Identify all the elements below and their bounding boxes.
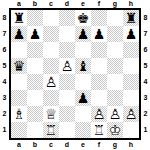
square-f4[interactable]	[91, 74, 107, 90]
square-f3[interactable]	[91, 90, 107, 106]
square-b4[interactable]	[27, 74, 43, 90]
square-a7[interactable]: ♟	[11, 26, 27, 42]
piece-white-bishop-fill: ♝	[11, 106, 27, 122]
piece-black-king: ♚	[75, 10, 91, 26]
piece-white-rook: ♖	[91, 122, 107, 138]
square-c4[interactable]: ♟♙	[43, 74, 59, 90]
square-a5[interactable]: ♛	[11, 58, 27, 74]
piece-white-rook-fill: ♜	[91, 122, 107, 138]
square-g6[interactable]	[107, 42, 123, 58]
piece-black-pawn: ♟	[75, 26, 91, 42]
rank-label-6: 6	[141, 42, 150, 58]
rank-label-5: 5	[0, 58, 9, 74]
square-c5[interactable]	[43, 58, 59, 74]
square-g4[interactable]	[107, 74, 123, 90]
square-c3[interactable]	[43, 90, 59, 106]
square-f8[interactable]	[91, 10, 107, 26]
rank-label-8: 8	[0, 10, 9, 26]
piece-black-rook: ♜	[123, 10, 139, 26]
rank-label-4: 4	[141, 74, 150, 90]
rank-label-8: 8	[141, 10, 150, 26]
file-label-h: h	[123, 140, 139, 149]
square-a6[interactable]	[11, 42, 27, 58]
square-e2[interactable]	[75, 106, 91, 122]
piece-white-pawn: ♙	[59, 58, 75, 74]
square-e7[interactable]: ♟	[75, 26, 91, 42]
piece-white-pawn-fill: ♟	[123, 106, 139, 122]
square-b7[interactable]: ♟	[27, 26, 43, 42]
piece-black-pawn: ♟	[27, 26, 43, 42]
square-g1[interactable]: ♚♔	[107, 122, 123, 138]
square-e1[interactable]	[75, 122, 91, 138]
rank-labels-right: 87654321	[141, 8, 150, 140]
rank-label-3: 3	[0, 90, 9, 106]
rank-label-1: 1	[0, 122, 9, 138]
square-b5[interactable]	[27, 58, 43, 74]
piece-black-pawn: ♟	[91, 26, 107, 42]
square-d5[interactable]: ♟♙	[59, 58, 75, 74]
square-g2[interactable]: ♟♙	[107, 106, 123, 122]
piece-white-pawn-fill: ♟	[91, 106, 107, 122]
file-labels-bottom: abcdefgh	[9, 140, 141, 150]
square-a4[interactable]	[11, 74, 27, 90]
piece-white-king: ♔	[107, 122, 123, 138]
square-e6[interactable]	[75, 42, 91, 58]
piece-black-bishop: ♝	[75, 58, 91, 74]
square-f5[interactable]	[91, 58, 107, 74]
file-label-b: b	[27, 0, 43, 8]
square-c7[interactable]	[43, 26, 59, 42]
file-label-h: h	[123, 0, 139, 8]
piece-white-pawn: ♙	[123, 106, 139, 122]
file-label-f: f	[91, 0, 107, 8]
file-label-a: a	[11, 140, 27, 149]
square-f2[interactable]: ♟♙	[91, 106, 107, 122]
piece-white-pawn-fill: ♟	[107, 106, 123, 122]
file-labels-top: abcdefgh	[9, 0, 141, 8]
square-b3[interactable]	[27, 90, 43, 106]
square-h1[interactable]	[123, 122, 139, 138]
piece-white-queen-fill: ♛	[43, 106, 59, 122]
square-h8[interactable]: ♜	[123, 10, 139, 26]
square-h5[interactable]	[123, 58, 139, 74]
rank-label-7: 7	[141, 26, 150, 42]
file-label-d: d	[59, 0, 75, 8]
piece-black-rook: ♜	[11, 10, 27, 26]
file-label-c: c	[43, 0, 59, 8]
piece-white-pawn-fill: ♟	[43, 74, 59, 90]
square-b8[interactable]	[27, 10, 43, 26]
file-label-e: e	[75, 0, 91, 8]
chess-diagram: abcdefgh 87654321 ♜♚♜♟♟♟♟♟♛♟♙♝♟♙♟♝♗♛♕♟♙♟…	[0, 0, 150, 150]
piece-black-queen: ♛	[11, 58, 27, 74]
square-f7[interactable]: ♟	[91, 26, 107, 42]
square-d7[interactable]	[59, 26, 75, 42]
square-g5[interactable]	[107, 58, 123, 74]
square-h2[interactable]: ♟♙	[123, 106, 139, 122]
file-label-a: a	[11, 0, 27, 8]
square-c2[interactable]: ♛♕	[43, 106, 59, 122]
rank-label-6: 6	[0, 42, 9, 58]
square-d8[interactable]	[59, 10, 75, 26]
rank-label-5: 5	[141, 58, 150, 74]
square-c8[interactable]	[43, 10, 59, 26]
rank-label-1: 1	[141, 122, 150, 138]
square-f1[interactable]: ♜♖	[91, 122, 107, 138]
piece-black-pawn: ♟	[123, 26, 139, 42]
square-c1[interactable]: ♜♖	[43, 122, 59, 138]
square-d2[interactable]	[59, 106, 75, 122]
square-h7[interactable]: ♟	[123, 26, 139, 42]
square-h3[interactable]	[123, 90, 139, 106]
chess-board: ♜♚♜♟♟♟♟♟♛♟♙♝♟♙♟♝♗♛♕♟♙♟♙♟♙♜♖♜♖♚♔	[9, 8, 141, 140]
square-a1[interactable]	[11, 122, 27, 138]
square-g7[interactable]	[107, 26, 123, 42]
file-label-g: g	[107, 140, 123, 149]
piece-white-rook: ♖	[43, 122, 59, 138]
square-h6[interactable]	[123, 42, 139, 58]
piece-white-queen: ♕	[43, 106, 59, 122]
square-e4[interactable]	[75, 74, 91, 90]
square-c6[interactable]	[43, 42, 59, 58]
rank-labels-left: 87654321	[0, 8, 9, 140]
file-label-e: e	[75, 140, 91, 149]
square-e8[interactable]: ♚	[75, 10, 91, 26]
square-f6[interactable]	[91, 42, 107, 58]
square-h4[interactable]	[123, 74, 139, 90]
piece-black-pawn: ♟	[11, 26, 27, 42]
piece-white-pawn: ♙	[91, 106, 107, 122]
square-g8[interactable]	[107, 10, 123, 26]
file-label-f: f	[91, 140, 107, 149]
square-a3[interactable]	[11, 90, 27, 106]
rank-label-4: 4	[0, 74, 9, 90]
square-a2[interactable]: ♝♗	[11, 106, 27, 122]
piece-white-rook-fill: ♜	[43, 122, 59, 138]
piece-white-bishop: ♗	[11, 106, 27, 122]
piece-white-pawn: ♙	[43, 74, 59, 90]
rank-label-3: 3	[141, 90, 150, 106]
piece-black-pawn: ♟	[75, 90, 91, 106]
square-g3[interactable]	[107, 90, 123, 106]
square-e3[interactable]: ♟	[75, 90, 91, 106]
file-label-d: d	[59, 140, 75, 149]
square-a8[interactable]: ♜	[11, 10, 27, 26]
square-b6[interactable]	[27, 42, 43, 58]
piece-white-king-fill: ♚	[107, 122, 123, 138]
rank-label-2: 2	[141, 106, 150, 122]
square-b2[interactable]	[27, 106, 43, 122]
square-d6[interactable]	[59, 42, 75, 58]
square-e5[interactable]: ♝	[75, 58, 91, 74]
piece-white-pawn-fill: ♟	[59, 58, 75, 74]
square-d1[interactable]	[59, 122, 75, 138]
square-d4[interactable]	[59, 74, 75, 90]
file-label-c: c	[43, 140, 59, 149]
file-label-g: g	[107, 0, 123, 8]
square-d3[interactable]	[59, 90, 75, 106]
rank-label-2: 2	[0, 106, 9, 122]
rank-label-7: 7	[0, 26, 9, 42]
file-label-b: b	[27, 140, 43, 149]
square-b1[interactable]	[27, 122, 43, 138]
piece-white-pawn: ♙	[107, 106, 123, 122]
